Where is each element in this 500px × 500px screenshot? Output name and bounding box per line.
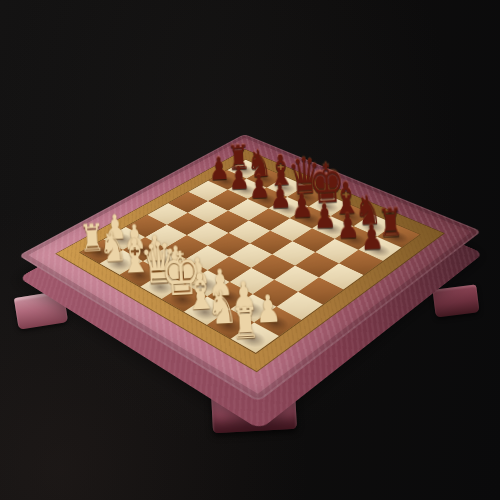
square-h8: ♜: [377, 224, 419, 247]
bracket-foot-right: [432, 284, 479, 317]
board-apron: ♜♞♝♛♚♝♞♜♟♟♟♟♟♟♟♟♟♟♟♟♟♟♟♟♜♞♝♛♚♝♞♜: [55, 149, 445, 372]
square-h5: [319, 263, 364, 289]
photo-background: ♜♞♝♛♚♝♞♜♟♟♟♟♟♟♟♟♟♟♟♟♟♟♟♟♜♞♝♛♚♝♞♜: [0, 0, 500, 500]
chessboard: ♜♞♝♛♚♝♞♜♟♟♟♟♟♟♟♟♟♟♟♟♟♟♟♟♜♞♝♛♚♝♞♜: [18, 134, 481, 402]
black-rook: ♜: [227, 141, 251, 174]
square-b2: ♟: [123, 237, 165, 261]
square-a1: ♜: [81, 239, 123, 263]
board-frame: ♜♞♝♛♚♝♞♜♟♟♟♟♟♟♟♟♟♟♟♟♟♟♟♟♜♞♝♛♚♝♞♜: [18, 134, 481, 402]
square-h7: ♟: [358, 237, 401, 261]
black-knight: ♞: [354, 191, 380, 230]
white-rook: ♜: [79, 220, 106, 257]
white-pawn: ♟: [102, 210, 128, 243]
